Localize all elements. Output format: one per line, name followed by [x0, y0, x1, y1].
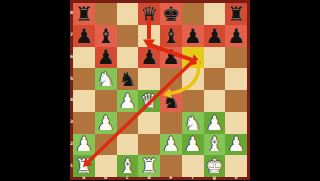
file-label-a: a — [73, 176, 95, 181]
black-knight[interactable]: ♞ — [162, 90, 180, 110]
square-a5[interactable] — [73, 68, 95, 90]
file-label-h: h — [225, 176, 247, 181]
square-g5[interactable] — [204, 68, 226, 90]
square-h5[interactable] — [225, 68, 247, 90]
white-pawn[interactable]: ♟ — [162, 134, 180, 154]
square-b8[interactable] — [95, 3, 117, 25]
square-f6[interactable] — [182, 47, 204, 69]
square-h6[interactable] — [225, 47, 247, 69]
square-h8[interactable]: ♜ — [225, 3, 247, 25]
white-pawn[interactable]: ♟ — [205, 112, 223, 132]
black-bishop[interactable]: ♝ — [97, 25, 115, 45]
square-h4[interactable] — [225, 90, 247, 112]
square-f3[interactable]: ♞ — [182, 112, 204, 134]
square-b2[interactable] — [95, 134, 117, 156]
file-label-d: d — [138, 176, 160, 181]
square-b7[interactable]: ♝ — [95, 25, 117, 47]
square-d6[interactable]: ♟ — [138, 47, 160, 69]
rank-label-1: 1 — [70, 164, 73, 169]
black-pawn[interactable]: ♟ — [227, 25, 245, 45]
white-pawn[interactable]: ♟ — [75, 134, 93, 154]
square-a1[interactable]: ♜ — [73, 155, 95, 177]
square-e3[interactable] — [160, 112, 182, 134]
white-pawn[interactable]: ♟ — [118, 90, 136, 110]
square-f5[interactable] — [182, 68, 204, 90]
square-g3[interactable]: ♟ — [204, 112, 226, 134]
square-e2[interactable]: ♟ — [160, 134, 182, 156]
white-pawn[interactable]: ♟ — [227, 134, 245, 154]
square-e8[interactable]: ♚ — [160, 3, 182, 25]
black-queen[interactable]: ♛ — [140, 3, 158, 23]
rank-label-2: 2 — [70, 142, 73, 147]
black-pawn[interactable]: ♟ — [162, 47, 180, 67]
square-d2[interactable] — [138, 134, 160, 156]
black-knight[interactable]: ♞ — [118, 69, 136, 89]
rank-label-8: 8 — [70, 11, 73, 16]
square-b5[interactable]: ♞ — [95, 68, 117, 90]
square-g8[interactable] — [204, 3, 226, 25]
square-a8[interactable]: ♜ — [73, 3, 95, 25]
black-pawn[interactable]: ♟ — [205, 25, 223, 45]
file-label-g: g — [204, 176, 226, 181]
square-a7[interactable]: ♟ — [73, 25, 95, 47]
square-e7[interactable]: ♝ — [160, 25, 182, 47]
rank-label-3: 3 — [70, 120, 73, 125]
square-b3[interactable]: ♟ — [95, 112, 117, 134]
white-queen[interactable]: ♛ — [140, 90, 158, 110]
square-e5[interactable] — [160, 68, 182, 90]
square-h7[interactable]: ♟ — [225, 25, 247, 47]
black-pawn[interactable]: ♟ — [184, 25, 202, 45]
square-g4[interactable] — [204, 90, 226, 112]
square-h1[interactable] — [225, 155, 247, 177]
rank-label-6: 6 — [70, 55, 73, 60]
square-h3[interactable] — [225, 112, 247, 134]
square-c8[interactable] — [117, 3, 139, 25]
black-bishop[interactable]: ♝ — [162, 25, 180, 45]
video-frame: ♜♛♚♜♟♝♝♟♟♟♟♟♟♞♞♟♛♞♟♞♟♟♟♟♝♟♜♝♜♚ 87654321a… — [0, 0, 320, 180]
white-bishop[interactable]: ♝ — [118, 156, 136, 176]
square-d8[interactable]: ♛ — [138, 3, 160, 25]
square-e6[interactable]: ♟ — [160, 47, 182, 69]
black-pawn[interactable]: ♟ — [140, 47, 158, 67]
square-c1[interactable]: ♝ — [117, 155, 139, 177]
square-a3[interactable] — [73, 112, 95, 134]
square-g7[interactable]: ♟ — [204, 25, 226, 47]
white-rook[interactable]: ♜ — [75, 156, 93, 176]
white-rook[interactable]: ♜ — [140, 156, 158, 176]
square-e1[interactable] — [160, 155, 182, 177]
square-c2[interactable] — [117, 134, 139, 156]
file-label-b: b — [95, 176, 117, 181]
square-f2[interactable]: ♟ — [182, 134, 204, 156]
black-king[interactable]: ♚ — [162, 3, 180, 23]
file-label-f: f — [182, 176, 204, 181]
rank-label-4: 4 — [70, 98, 73, 103]
board-grid: ♜♛♚♜♟♝♝♟♟♟♟♟♟♞♞♟♛♞♟♞♟♟♟♟♝♟♜♝♜♚ — [73, 3, 247, 177]
file-label-e: e — [160, 176, 182, 181]
square-g6[interactable] — [204, 47, 226, 69]
square-b1[interactable] — [95, 155, 117, 177]
letterbox-right — [250, 0, 320, 180]
rank-label-7: 7 — [70, 33, 73, 38]
square-d5[interactable] — [138, 68, 160, 90]
square-d3[interactable] — [138, 112, 160, 134]
white-knight[interactable]: ♞ — [97, 69, 115, 89]
square-f4[interactable] — [182, 90, 204, 112]
black-pawn[interactable]: ♟ — [97, 47, 115, 67]
square-c4[interactable]: ♟ — [117, 90, 139, 112]
square-d4[interactable]: ♛ — [138, 90, 160, 112]
square-c5[interactable]: ♞ — [117, 68, 139, 90]
square-f8[interactable] — [182, 3, 204, 25]
white-bishop[interactable]: ♝ — [205, 134, 223, 154]
white-king[interactable]: ♚ — [205, 156, 223, 176]
square-g2[interactable]: ♝ — [204, 134, 226, 156]
white-knight[interactable]: ♞ — [184, 112, 202, 132]
square-e4[interactable]: ♞ — [160, 90, 182, 112]
square-h2[interactable]: ♟ — [225, 134, 247, 156]
white-pawn[interactable]: ♟ — [97, 112, 115, 132]
square-b4[interactable] — [95, 90, 117, 112]
file-label-c: c — [117, 176, 139, 181]
square-a6[interactable] — [73, 47, 95, 69]
square-c7[interactable] — [117, 25, 139, 47]
square-f7[interactable]: ♟ — [182, 25, 204, 47]
square-b6[interactable]: ♟ — [95, 47, 117, 69]
rank-label-5: 5 — [70, 77, 73, 82]
black-rook[interactable]: ♜ — [227, 3, 245, 23]
square-c6[interactable] — [117, 47, 139, 69]
white-pawn[interactable]: ♟ — [184, 134, 202, 154]
letterbox-left — [0, 0, 70, 180]
black-pawn[interactable]: ♟ — [75, 25, 93, 45]
square-g1[interactable]: ♚ — [204, 155, 226, 177]
black-rook[interactable]: ♜ — [75, 3, 93, 23]
square-a4[interactable] — [73, 90, 95, 112]
square-f1[interactable] — [182, 155, 204, 177]
square-a2[interactable]: ♟ — [73, 134, 95, 156]
square-d1[interactable]: ♜ — [138, 155, 160, 177]
square-d7[interactable] — [138, 25, 160, 47]
chess-board: ♜♛♚♜♟♝♝♟♟♟♟♟♟♞♞♟♛♞♟♞♟♟♟♟♝♟♜♝♜♚ 87654321a… — [70, 0, 250, 180]
square-c3[interactable] — [117, 112, 139, 134]
